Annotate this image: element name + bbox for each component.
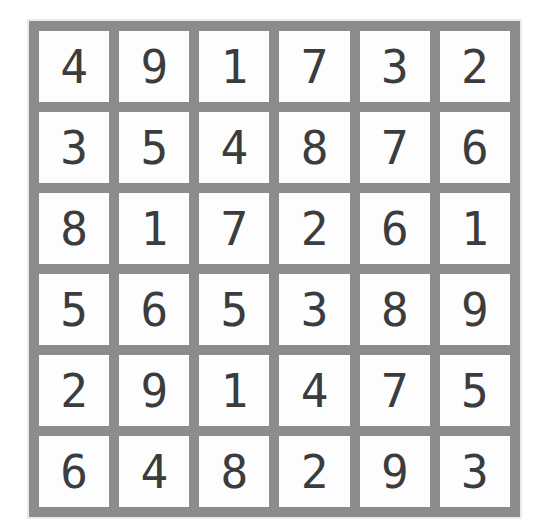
grid-cell-r6c5: 9: [360, 436, 430, 507]
grid-cell-r6c4: 2: [279, 436, 349, 507]
grid-cell-r5c6: 5: [440, 355, 510, 426]
grid-cell-r4c3: 5: [199, 274, 269, 345]
grid-cell-r5c4: 4: [279, 355, 349, 426]
grid-cell-r3c4: 2: [279, 193, 349, 264]
grid-cell-r4c1: 5: [39, 274, 109, 345]
grid-cell-r2c1: 3: [39, 112, 109, 183]
grid-cell-r4c6: 9: [440, 274, 510, 345]
grid-cell-r3c5: 6: [360, 193, 430, 264]
grid-cell-r4c4: 3: [279, 274, 349, 345]
grid-cell-r3c6: 1: [440, 193, 510, 264]
puzzle-board: 491732354876817261565389291475648293: [29, 21, 520, 517]
number-grid: 491732354876817261565389291475648293: [39, 31, 510, 507]
grid-cell-r4c2: 6: [119, 274, 189, 345]
grid-cell-r1c1: 4: [39, 31, 109, 102]
grid-cell-r2c2: 5: [119, 112, 189, 183]
grid-cell-r1c5: 3: [360, 31, 430, 102]
grid-cell-r5c2: 9: [119, 355, 189, 426]
grid-cell-r5c1: 2: [39, 355, 109, 426]
grid-cell-r1c2: 9: [119, 31, 189, 102]
grid-cell-r1c6: 2: [440, 31, 510, 102]
grid-cell-r5c3: 1: [199, 355, 269, 426]
grid-cell-r3c1: 8: [39, 193, 109, 264]
grid-cell-r6c6: 3: [440, 436, 510, 507]
grid-cell-r2c3: 4: [199, 112, 269, 183]
grid-cell-r2c5: 7: [360, 112, 430, 183]
grid-cell-r4c5: 8: [360, 274, 430, 345]
grid-cell-r2c6: 6: [440, 112, 510, 183]
grid-cell-r1c3: 1: [199, 31, 269, 102]
grid-cell-r6c1: 6: [39, 436, 109, 507]
grid-cell-r3c2: 1: [119, 193, 189, 264]
grid-cell-r6c2: 4: [119, 436, 189, 507]
grid-cell-r2c4: 8: [279, 112, 349, 183]
grid-cell-r3c3: 7: [199, 193, 269, 264]
grid-cell-r5c5: 7: [360, 355, 430, 426]
grid-cell-r1c4: 7: [279, 31, 349, 102]
grid-cell-r6c3: 8: [199, 436, 269, 507]
